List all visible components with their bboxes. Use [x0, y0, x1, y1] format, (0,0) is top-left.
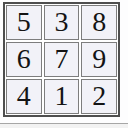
- bottom-divider-line: [0, 123, 128, 124]
- cell-r1c3: 8: [81, 5, 117, 40]
- cell-r3c3: 2: [81, 79, 117, 114]
- cell-r2c1: 6: [6, 42, 42, 77]
- cell-r1c2: 3: [44, 5, 80, 40]
- bottom-margin-strip: [0, 124, 128, 128]
- page: 5 3 8 6 7 9 4 1 2: [0, 0, 128, 128]
- cell-r3c2: 1: [44, 79, 80, 114]
- number-grid-board: 5 3 8 6 7 9 4 1 2: [3, 2, 120, 117]
- cell-r1c1: 5: [6, 5, 42, 40]
- cell-r2c3: 9: [81, 42, 117, 77]
- cell-r2c2: 7: [44, 42, 80, 77]
- cell-r3c1: 4: [6, 79, 42, 114]
